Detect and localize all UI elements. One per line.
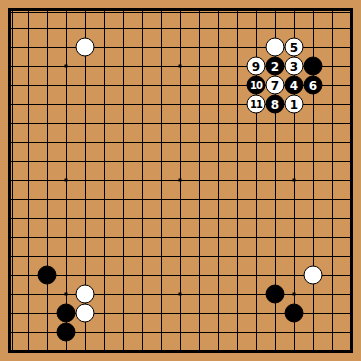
stone-black-D2 (57, 323, 76, 342)
stone-black-Q3 (285, 304, 304, 323)
move-number-label: 2 (271, 60, 279, 72)
hoshi-point (65, 179, 68, 182)
stone-white-E4 (76, 285, 95, 304)
hoshi-point (179, 65, 182, 68)
stone-black-O15: 10 (247, 76, 266, 95)
move-number-label: 6 (309, 79, 317, 91)
stone-white-P17 (266, 38, 285, 57)
move-number-label: 11 (250, 99, 262, 109)
move-number-label: 3 (290, 60, 298, 72)
hoshi-point (293, 179, 296, 182)
move-number-label: 9 (252, 60, 260, 72)
stone-white-E17 (76, 38, 95, 57)
hoshi-point (293, 293, 296, 296)
stone-white-O16: 9 (247, 57, 266, 76)
stone-black-Q15: 4 (285, 76, 304, 95)
move-number-label: 5 (290, 41, 298, 53)
hoshi-point (179, 293, 182, 296)
move-number-label: 7 (271, 79, 279, 91)
stone-white-Q17: 5 (285, 38, 304, 57)
stone-black-C5 (38, 266, 57, 285)
stone-white-E3 (76, 304, 95, 323)
move-number-label: 10 (250, 80, 262, 90)
go-board[interactable]: 1234567891011 (0, 0, 361, 361)
stone-black-P16: 2 (266, 57, 285, 76)
stone-black-P4 (266, 285, 285, 304)
stone-white-Q14: 1 (285, 95, 304, 114)
hoshi-point (65, 65, 68, 68)
stone-white-Q16: 3 (285, 57, 304, 76)
stone-black-R16 (304, 57, 323, 76)
hoshi-point (65, 293, 68, 296)
stone-white-R5 (304, 266, 323, 285)
move-number-label: 8 (271, 98, 279, 110)
move-number-label: 4 (290, 79, 298, 91)
stone-white-O14: 11 (247, 95, 266, 114)
stone-black-R15: 6 (304, 76, 323, 95)
stone-white-P15: 7 (266, 76, 285, 95)
stone-black-D3 (57, 304, 76, 323)
hoshi-point (179, 179, 182, 182)
move-number-label: 1 (290, 98, 298, 110)
stone-black-P14: 8 (266, 95, 285, 114)
